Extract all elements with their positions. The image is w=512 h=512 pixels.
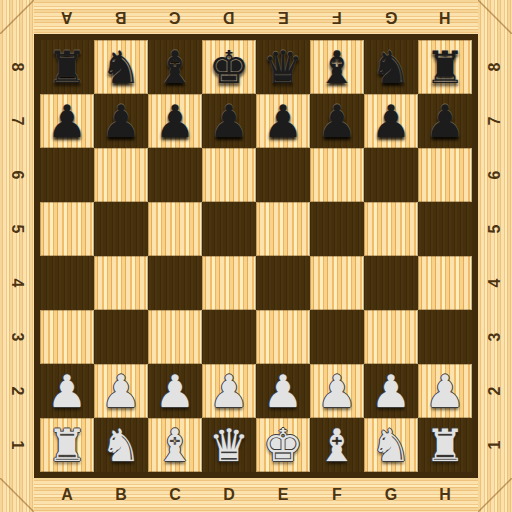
square-b7[interactable]: ♟ <box>94 94 148 148</box>
rank-label-right-1: 1 <box>478 418 512 472</box>
square-h8[interactable]: ♜ <box>418 40 472 94</box>
square-a1[interactable]: ♜ <box>40 418 94 472</box>
square-c7[interactable]: ♟ <box>148 94 202 148</box>
square-d7[interactable]: ♟ <box>202 94 256 148</box>
piece-br[interactable]: ♜ <box>47 45 87 90</box>
file-label-top-g: G <box>364 0 418 34</box>
square-c6[interactable] <box>148 148 202 202</box>
piece-bp[interactable]: ♟ <box>317 99 357 144</box>
square-a4[interactable] <box>40 256 94 310</box>
piece-wn[interactable]: ♞ <box>101 423 141 468</box>
rank-label-right-4: 4 <box>478 256 512 310</box>
square-c1[interactable]: ♝ <box>148 418 202 472</box>
frame-corner-bottom-right <box>478 478 512 512</box>
square-e5[interactable] <box>256 202 310 256</box>
square-f2[interactable]: ♟ <box>310 364 364 418</box>
square-d6[interactable] <box>202 148 256 202</box>
piece-bp[interactable]: ♟ <box>101 99 141 144</box>
square-b8[interactable]: ♞ <box>94 40 148 94</box>
square-d4[interactable] <box>202 256 256 310</box>
file-labels-bottom: ABCDEFGH <box>40 478 472 512</box>
piece-bn[interactable]: ♞ <box>101 45 141 90</box>
rank-label-left-1: 1 <box>0 418 34 472</box>
rank-label-left-7: 7 <box>0 94 34 148</box>
square-e4[interactable] <box>256 256 310 310</box>
square-d2[interactable]: ♟ <box>202 364 256 418</box>
rank-label-right-8: 8 <box>478 40 512 94</box>
rank-label-left-6: 6 <box>0 148 34 202</box>
file-label-top-a: A <box>40 0 94 34</box>
piece-bp[interactable]: ♟ <box>209 99 249 144</box>
piece-wp[interactable]: ♟ <box>317 369 357 414</box>
square-d8[interactable]: ♚ <box>202 40 256 94</box>
file-label-bottom-b: B <box>94 478 148 512</box>
piece-wp[interactable]: ♟ <box>209 369 249 414</box>
square-a7[interactable]: ♟ <box>40 94 94 148</box>
piece-wp[interactable]: ♟ <box>155 369 195 414</box>
square-h6[interactable] <box>418 148 472 202</box>
piece-bp[interactable]: ♟ <box>47 99 87 144</box>
square-g6[interactable] <box>364 148 418 202</box>
square-a2[interactable]: ♟ <box>40 364 94 418</box>
file-label-top-b: B <box>94 0 148 34</box>
piece-wb[interactable]: ♝ <box>317 423 357 468</box>
rank-label-left-5: 5 <box>0 202 34 256</box>
file-label-top-e: E <box>256 0 310 34</box>
square-f6[interactable] <box>310 148 364 202</box>
piece-bp[interactable]: ♟ <box>425 99 465 144</box>
square-f7[interactable]: ♟ <box>310 94 364 148</box>
square-e3[interactable] <box>256 310 310 364</box>
square-b3[interactable] <box>94 310 148 364</box>
piece-bp[interactable]: ♟ <box>263 99 303 144</box>
file-label-bottom-e: E <box>256 478 310 512</box>
frame-corner-top-right <box>478 0 512 34</box>
square-g7[interactable]: ♟ <box>364 94 418 148</box>
square-g5[interactable] <box>364 202 418 256</box>
piece-bn[interactable]: ♞ <box>371 45 411 90</box>
board-grid: ♜♞♝♚♛♝♞♜♟♟♟♟♟♟♟♟♟♟♟♟♟♟♟♟♜♞♝♛♚♝♞♜ <box>40 40 472 472</box>
piece-wb[interactable]: ♝ <box>155 423 195 468</box>
chessboard: ABCDEFGH ABCDEFGH 87654321 87654321 ♜♞♝♚… <box>0 0 512 512</box>
square-f3[interactable] <box>310 310 364 364</box>
square-g1[interactable]: ♞ <box>364 418 418 472</box>
square-d1[interactable]: ♛ <box>202 418 256 472</box>
file-label-bottom-g: G <box>364 478 418 512</box>
square-a6[interactable] <box>40 148 94 202</box>
file-label-bottom-c: C <box>148 478 202 512</box>
frame-corner-bottom-left <box>0 478 34 512</box>
square-b5[interactable] <box>94 202 148 256</box>
piece-wn[interactable]: ♞ <box>371 423 411 468</box>
rank-labels-right: 87654321 <box>478 40 512 472</box>
piece-bq[interactable]: ♛ <box>263 45 303 90</box>
square-a8[interactable]: ♜ <box>40 40 94 94</box>
square-c3[interactable] <box>148 310 202 364</box>
rank-label-right-3: 3 <box>478 310 512 364</box>
piece-bp[interactable]: ♟ <box>371 99 411 144</box>
piece-wp[interactable]: ♟ <box>371 369 411 414</box>
square-f5[interactable] <box>310 202 364 256</box>
frame-corner-top-left <box>0 0 34 34</box>
square-h4[interactable] <box>418 256 472 310</box>
square-d5[interactable] <box>202 202 256 256</box>
square-f1[interactable]: ♝ <box>310 418 364 472</box>
rank-label-left-2: 2 <box>0 364 34 418</box>
piece-bb[interactable]: ♝ <box>317 45 357 90</box>
square-h1[interactable]: ♜ <box>418 418 472 472</box>
file-label-top-f: F <box>310 0 364 34</box>
square-b1[interactable]: ♞ <box>94 418 148 472</box>
square-g4[interactable] <box>364 256 418 310</box>
square-e7[interactable]: ♟ <box>256 94 310 148</box>
square-h5[interactable] <box>418 202 472 256</box>
rank-label-right-7: 7 <box>478 94 512 148</box>
piece-wp[interactable]: ♟ <box>47 369 87 414</box>
piece-wr[interactable]: ♜ <box>47 423 87 468</box>
piece-bp[interactable]: ♟ <box>155 99 195 144</box>
square-a5[interactable] <box>40 202 94 256</box>
rank-label-left-8: 8 <box>0 40 34 94</box>
rank-label-left-4: 4 <box>0 256 34 310</box>
rank-label-right-6: 6 <box>478 148 512 202</box>
file-labels-top: ABCDEFGH <box>40 0 472 34</box>
piece-br[interactable]: ♜ <box>425 45 465 90</box>
file-label-bottom-f: F <box>310 478 364 512</box>
square-e2[interactable]: ♟ <box>256 364 310 418</box>
square-b4[interactable] <box>94 256 148 310</box>
square-f4[interactable] <box>310 256 364 310</box>
square-c4[interactable] <box>148 256 202 310</box>
square-h2[interactable]: ♟ <box>418 364 472 418</box>
square-e1[interactable]: ♚ <box>256 418 310 472</box>
square-c8[interactable]: ♝ <box>148 40 202 94</box>
rank-label-right-2: 2 <box>478 364 512 418</box>
square-f8[interactable]: ♝ <box>310 40 364 94</box>
square-c2[interactable]: ♟ <box>148 364 202 418</box>
square-a3[interactable] <box>40 310 94 364</box>
file-label-top-h: H <box>418 0 472 34</box>
piece-wp[interactable]: ♟ <box>425 369 465 414</box>
square-b6[interactable] <box>94 148 148 202</box>
file-label-top-d: D <box>202 0 256 34</box>
file-label-top-c: C <box>148 0 202 34</box>
piece-bk[interactable]: ♚ <box>209 45 249 90</box>
rank-labels-left: 87654321 <box>0 40 34 472</box>
piece-bb[interactable]: ♝ <box>155 45 195 90</box>
file-label-bottom-a: A <box>40 478 94 512</box>
square-h3[interactable] <box>418 310 472 364</box>
rank-label-left-3: 3 <box>0 310 34 364</box>
rank-label-right-5: 5 <box>478 202 512 256</box>
file-label-bottom-d: D <box>202 478 256 512</box>
square-e6[interactable] <box>256 148 310 202</box>
square-g2[interactable]: ♟ <box>364 364 418 418</box>
square-h7[interactable]: ♟ <box>418 94 472 148</box>
piece-wr[interactable]: ♜ <box>425 423 465 468</box>
board-rim: ♜♞♝♚♛♝♞♜♟♟♟♟♟♟♟♟♟♟♟♟♟♟♟♟♜♞♝♛♚♝♞♜ <box>34 34 478 478</box>
square-g8[interactable]: ♞ <box>364 40 418 94</box>
piece-wq[interactable]: ♛ <box>209 423 249 468</box>
square-e8[interactable]: ♛ <box>256 40 310 94</box>
square-b2[interactable]: ♟ <box>94 364 148 418</box>
piece-wp[interactable]: ♟ <box>101 369 141 414</box>
piece-wp[interactable]: ♟ <box>263 369 303 414</box>
square-c5[interactable] <box>148 202 202 256</box>
piece-wk[interactable]: ♚ <box>263 423 303 468</box>
file-label-bottom-h: H <box>418 478 472 512</box>
square-d3[interactable] <box>202 310 256 364</box>
square-g3[interactable] <box>364 310 418 364</box>
